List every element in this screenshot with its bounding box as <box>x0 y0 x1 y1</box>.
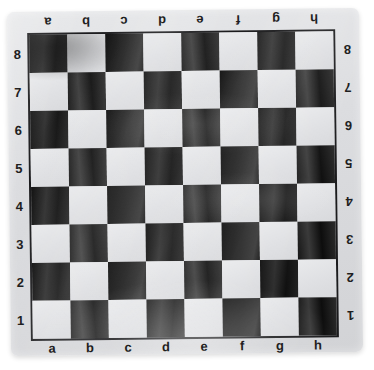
square-f3 <box>221 222 259 260</box>
square-d1 <box>146 299 184 337</box>
square-a3 <box>32 224 70 262</box>
square-b7 <box>68 72 106 110</box>
rank-label-right-7: 7 <box>336 69 360 107</box>
file-label-top-d: d <box>143 10 181 31</box>
file-label-top-b: b <box>67 11 105 32</box>
square-b2 <box>70 262 108 300</box>
rank-label-left-3: 3 <box>10 225 30 263</box>
square-d2 <box>146 261 184 299</box>
square-e7 <box>182 71 220 109</box>
rank-label-left-7: 7 <box>8 73 28 111</box>
square-f1 <box>222 298 260 336</box>
file-label-bottom-a: a <box>33 340 71 355</box>
square-h1 <box>298 297 336 335</box>
rank-labels-right: 87654321 <box>335 31 363 335</box>
rank-label-left-6: 6 <box>8 111 28 149</box>
rank-labels-left: 87654321 <box>7 35 31 339</box>
rank-label-left-8: 8 <box>7 35 27 73</box>
file-label-top-g: g <box>257 9 295 30</box>
file-label-top-a: a <box>29 11 67 32</box>
square-a5 <box>31 148 69 186</box>
file-label-bottom-e: e <box>185 339 223 354</box>
file-label-bottom-b: b <box>71 340 109 355</box>
file-labels-bottom: abcdefgh <box>33 337 337 356</box>
square-e2 <box>184 261 222 299</box>
chess-mat: abcdefgh 87654321 87654321 abcdefgh <box>7 8 363 356</box>
square-g8 <box>257 32 295 70</box>
square-e1 <box>184 299 222 337</box>
rank-label-right-3: 3 <box>337 221 361 259</box>
square-f5 <box>221 146 259 184</box>
square-g2 <box>260 260 298 298</box>
square-e5 <box>183 147 221 185</box>
square-e3 <box>184 223 222 261</box>
square-c2 <box>108 261 146 299</box>
square-d5 <box>145 147 183 185</box>
file-label-top-c: c <box>105 11 143 32</box>
square-a6 <box>30 110 68 148</box>
square-d3 <box>146 223 184 261</box>
square-e4 <box>183 185 221 223</box>
square-b8 <box>67 34 105 72</box>
square-c6 <box>106 109 144 147</box>
rank-label-right-2: 2 <box>338 259 362 297</box>
square-g6 <box>258 108 296 146</box>
rank-label-left-5: 5 <box>9 149 29 187</box>
rank-label-right-4: 4 <box>337 183 361 221</box>
square-h3 <box>297 221 335 259</box>
rank-label-right-6: 6 <box>336 107 360 145</box>
square-b6 <box>68 110 106 148</box>
rank-label-right-5: 5 <box>337 145 361 183</box>
rank-label-left-2: 2 <box>10 263 30 301</box>
file-label-top-e: e <box>181 10 219 31</box>
square-e6 <box>182 109 220 147</box>
square-f7 <box>220 70 258 108</box>
square-g7 <box>258 70 296 108</box>
square-d8 <box>143 33 181 71</box>
file-label-bottom-d: d <box>147 339 185 354</box>
file-labels-top: abcdefgh <box>29 8 333 33</box>
square-c4 <box>107 185 145 223</box>
square-f2 <box>222 260 260 298</box>
rank-label-right-8: 8 <box>335 31 359 69</box>
square-c3 <box>108 223 146 261</box>
square-c8 <box>105 33 143 71</box>
square-g5 <box>259 146 297 184</box>
square-e8 <box>181 33 219 71</box>
square-d6 <box>144 109 182 147</box>
square-b5 <box>69 148 107 186</box>
square-a7 <box>30 72 68 110</box>
file-label-top-f: f <box>219 9 257 30</box>
square-h6 <box>296 107 334 145</box>
rank-label-right-1: 1 <box>338 297 362 335</box>
square-a8 <box>29 34 67 72</box>
square-f4 <box>221 184 259 222</box>
chess-board <box>27 29 339 341</box>
square-h7 <box>296 69 334 107</box>
square-g3 <box>259 222 297 260</box>
file-label-bottom-c: c <box>109 339 147 354</box>
square-g4 <box>259 184 297 222</box>
square-d7 <box>144 71 182 109</box>
square-b3 <box>70 224 108 262</box>
square-d4 <box>145 185 183 223</box>
square-a4 <box>31 186 69 224</box>
file-label-bottom-f: f <box>223 338 261 353</box>
square-c1 <box>108 299 146 337</box>
square-h4 <box>297 183 335 221</box>
file-label-bottom-g: g <box>261 338 299 353</box>
square-a2 <box>32 262 70 300</box>
square-g1 <box>260 298 298 336</box>
rank-label-left-4: 4 <box>9 187 29 225</box>
file-label-top-h: h <box>295 8 333 29</box>
square-b1 <box>70 300 108 338</box>
square-c5 <box>107 147 145 185</box>
square-h2 <box>298 259 336 297</box>
square-h5 <box>297 145 335 183</box>
square-a1 <box>32 300 70 338</box>
file-label-bottom-h: h <box>299 337 337 352</box>
rank-label-left-1: 1 <box>10 301 30 339</box>
photo-scene: abcdefgh 87654321 87654321 abcdefgh <box>0 0 374 370</box>
square-c7 <box>106 71 144 109</box>
square-h8 <box>295 31 333 69</box>
square-f6 <box>220 108 258 146</box>
square-f8 <box>219 32 257 70</box>
square-b4 <box>69 186 107 224</box>
